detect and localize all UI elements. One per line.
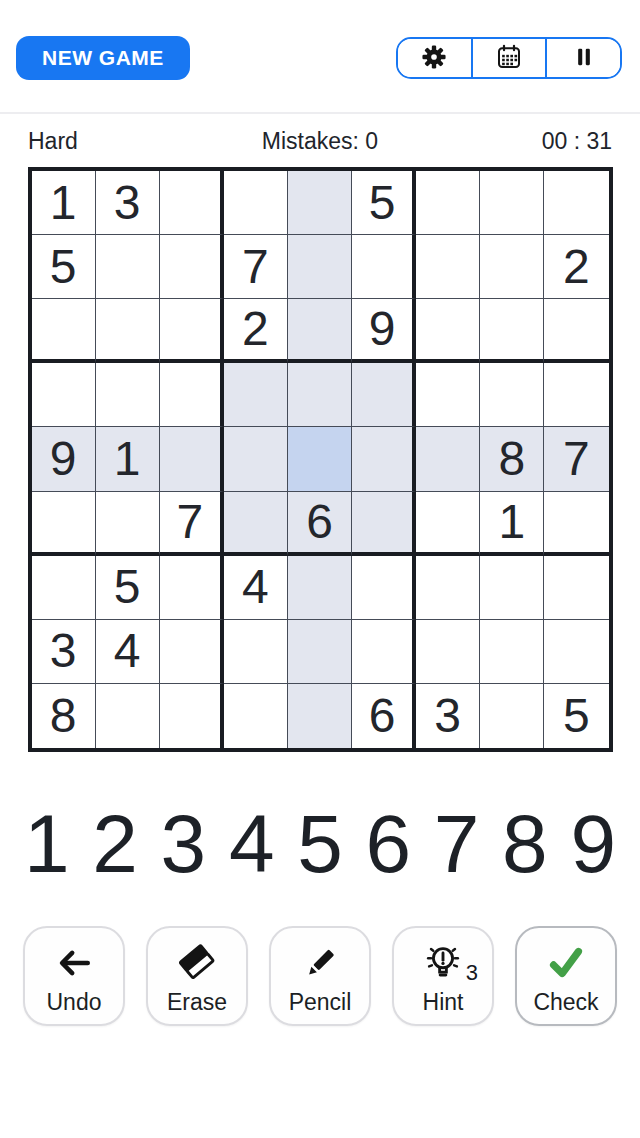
- cell-r1c8[interactable]: [480, 171, 544, 235]
- cell-r6c3[interactable]: 7: [160, 492, 224, 556]
- new-game-button[interactable]: NEW GAME: [16, 36, 190, 80]
- pencil-button[interactable]: Pencil: [269, 926, 371, 1026]
- numpad-1[interactable]: 1: [24, 804, 70, 884]
- cell-r5c7[interactable]: [416, 427, 480, 491]
- undo-arrow-icon: [52, 938, 96, 988]
- cell-r3c3[interactable]: [160, 299, 224, 363]
- cell-r2c7[interactable]: [416, 235, 480, 299]
- cell-r7c6[interactable]: [352, 556, 416, 620]
- cell-r3c2[interactable]: [96, 299, 160, 363]
- cell-r1c1[interactable]: 1: [32, 171, 96, 235]
- cell-r4c7[interactable]: [416, 363, 480, 427]
- cell-r5c2[interactable]: 1: [96, 427, 160, 491]
- cell-r5c5[interactable]: [288, 427, 352, 491]
- hint-label: Hint: [423, 989, 464, 1016]
- erase-label: Erase: [167, 989, 227, 1016]
- cell-r8c9[interactable]: [544, 620, 608, 684]
- cell-r1c7[interactable]: [416, 171, 480, 235]
- cell-r4c8[interactable]: [480, 363, 544, 427]
- header-divider: [0, 112, 640, 114]
- hint-button[interactable]: 3 Hint: [392, 926, 494, 1026]
- header-menu-group: [396, 37, 622, 79]
- cell-r6c7[interactable]: [416, 492, 480, 556]
- difficulty-label: Hard: [28, 128, 262, 155]
- cell-r9c8[interactable]: [480, 684, 544, 748]
- cell-r4c1[interactable]: [32, 363, 96, 427]
- cell-r6c2[interactable]: [96, 492, 160, 556]
- cell-r8c2[interactable]: 4: [96, 620, 160, 684]
- numpad-3[interactable]: 3: [161, 804, 207, 884]
- lightbulb-icon: 3: [420, 938, 466, 988]
- cell-r4c2[interactable]: [96, 363, 160, 427]
- top-bar: NEW GAME: [0, 0, 640, 80]
- cell-r6c5[interactable]: 6: [288, 492, 352, 556]
- bottom-toolbar: Undo Erase Pencil: [0, 926, 640, 1026]
- cell-r7c5[interactable]: [288, 556, 352, 620]
- cell-r4c9[interactable]: [544, 363, 608, 427]
- cell-r2c3[interactable]: [160, 235, 224, 299]
- pencil-icon: [299, 938, 341, 988]
- cell-r8c1[interactable]: 3: [32, 620, 96, 684]
- gear-icon: [419, 42, 449, 75]
- cell-r4c3[interactable]: [160, 363, 224, 427]
- numpad-7[interactable]: 7: [434, 804, 480, 884]
- sudoku-board: 13557229918776154348635: [28, 167, 613, 752]
- undo-label: Undo: [47, 989, 102, 1016]
- cell-r3c7[interactable]: [416, 299, 480, 363]
- cell-r7c2[interactable]: 5: [96, 556, 160, 620]
- timer: 00 : 31: [378, 128, 612, 155]
- cell-r1c6[interactable]: 5: [352, 171, 416, 235]
- cell-r2c8[interactable]: [480, 235, 544, 299]
- cell-r9c9[interactable]: 5: [544, 684, 608, 748]
- cell-r9c1[interactable]: 8: [32, 684, 96, 748]
- calendar-icon: [494, 42, 524, 75]
- daily-challenge-button[interactable]: [471, 39, 546, 77]
- cell-r6c9[interactable]: [544, 492, 608, 556]
- cell-r9c7[interactable]: 3: [416, 684, 480, 748]
- cell-r1c2[interactable]: 3: [96, 171, 160, 235]
- cell-r7c8[interactable]: [480, 556, 544, 620]
- number-pad: 123456789: [0, 804, 640, 884]
- cell-r5c9[interactable]: 7: [544, 427, 608, 491]
- cell-r7c7[interactable]: [416, 556, 480, 620]
- cell-r2c4[interactable]: 7: [224, 235, 288, 299]
- cell-r8c6[interactable]: [352, 620, 416, 684]
- hint-count-badge: 3: [466, 960, 478, 986]
- cell-r2c5[interactable]: [288, 235, 352, 299]
- cell-r6c8[interactable]: 1: [480, 492, 544, 556]
- erase-button[interactable]: Erase: [146, 926, 248, 1026]
- cell-r5c6[interactable]: [352, 427, 416, 491]
- checkmark-icon: [543, 938, 589, 988]
- cell-r5c3[interactable]: [160, 427, 224, 491]
- eraser-icon: [174, 938, 220, 988]
- cell-r7c4[interactable]: 4: [224, 556, 288, 620]
- pencil-label: Pencil: [289, 989, 352, 1016]
- numpad-9[interactable]: 9: [570, 804, 616, 884]
- cell-r1c5[interactable]: [288, 171, 352, 235]
- cell-r5c4[interactable]: [224, 427, 288, 491]
- pause-button[interactable]: [545, 39, 620, 77]
- cell-r8c3[interactable]: [160, 620, 224, 684]
- cell-r1c9[interactable]: [544, 171, 608, 235]
- cell-r3c9[interactable]: [544, 299, 608, 363]
- cell-r5c8[interactable]: 8: [480, 427, 544, 491]
- cell-r3c6[interactable]: 9: [352, 299, 416, 363]
- cell-r3c1[interactable]: [32, 299, 96, 363]
- numpad-4[interactable]: 4: [229, 804, 275, 884]
- cell-r9c2[interactable]: [96, 684, 160, 748]
- mistakes-counter: Mistakes: 0: [262, 128, 378, 155]
- settings-button[interactable]: [398, 39, 471, 77]
- cell-r8c7[interactable]: [416, 620, 480, 684]
- undo-button[interactable]: Undo: [23, 926, 125, 1026]
- cell-r8c4[interactable]: [224, 620, 288, 684]
- cell-r3c8[interactable]: [480, 299, 544, 363]
- cell-r4c4[interactable]: [224, 363, 288, 427]
- numpad-5[interactable]: 5: [297, 804, 343, 884]
- cell-r6c6[interactable]: [352, 492, 416, 556]
- cell-r7c1[interactable]: [32, 556, 96, 620]
- cell-r2c1[interactable]: 5: [32, 235, 96, 299]
- cell-r8c8[interactable]: [480, 620, 544, 684]
- cell-r6c4[interactable]: [224, 492, 288, 556]
- cell-r9c4[interactable]: [224, 684, 288, 748]
- numpad-8[interactable]: 8: [502, 804, 548, 884]
- cell-r2c2[interactable]: [96, 235, 160, 299]
- cell-r7c9[interactable]: [544, 556, 608, 620]
- numpad-2[interactable]: 2: [92, 804, 138, 884]
- cell-r6c1[interactable]: [32, 492, 96, 556]
- cell-r2c9[interactable]: 2: [544, 235, 608, 299]
- cell-r3c4[interactable]: 2: [224, 299, 288, 363]
- check-label: Check: [533, 989, 598, 1016]
- cell-r1c4[interactable]: [224, 171, 288, 235]
- pause-icon: [570, 43, 598, 74]
- cell-r2c6[interactable]: [352, 235, 416, 299]
- cell-r7c3[interactable]: [160, 556, 224, 620]
- cell-r3c5[interactable]: [288, 299, 352, 363]
- cell-r9c5[interactable]: [288, 684, 352, 748]
- numpad-6[interactable]: 6: [365, 804, 411, 884]
- cell-r1c3[interactable]: [160, 171, 224, 235]
- cell-r5c1[interactable]: 9: [32, 427, 96, 491]
- check-button[interactable]: Check: [515, 926, 617, 1026]
- cell-r4c6[interactable]: [352, 363, 416, 427]
- status-bar: Hard Mistakes: 0 00 : 31: [0, 128, 640, 155]
- cell-r9c3[interactable]: [160, 684, 224, 748]
- cell-r8c5[interactable]: [288, 620, 352, 684]
- cell-r9c6[interactable]: 6: [352, 684, 416, 748]
- cell-r4c5[interactable]: [288, 363, 352, 427]
